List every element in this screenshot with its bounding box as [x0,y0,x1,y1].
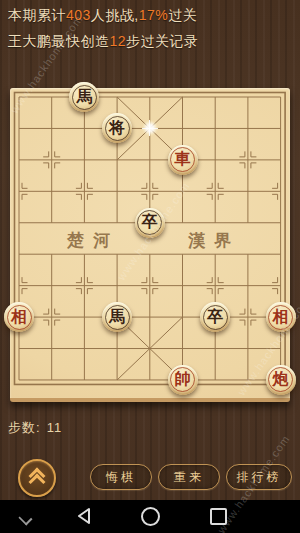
piece-character: 馬 [102,302,132,332]
piece-character: 炮 [266,365,296,395]
piece-red-general[interactable]: 帥 [168,365,198,395]
recents-icon[interactable] [210,508,227,525]
piece-character: 卒 [200,302,230,332]
piece-black-horse[interactable]: 馬 [69,82,99,112]
piece-character: 馬 [69,82,99,112]
river-label-left: 楚河 [67,229,119,252]
undo-button[interactable]: 悔棋 [90,464,152,490]
record-text: 王大鹏最快创造12步过关记录 [8,33,199,51]
piece-black-horse[interactable]: 馬 [102,302,132,332]
xiangqi-board[interactable]: 楚河 漢界 馬将車卒相馬卒相帥炮 [10,88,290,402]
piece-black-soldier[interactable]: 卒 [135,208,165,238]
piece-black-general[interactable]: 将 [102,113,132,143]
piece-red-chariot[interactable]: 車 [168,145,198,175]
chevron-down-icon[interactable] [18,511,32,525]
piece-red-elephant[interactable]: 相 [266,302,296,332]
piece-character: 車 [168,145,198,175]
piece-character: 相 [4,302,34,332]
restart-button[interactable]: 重来 [158,464,220,490]
home-icon[interactable] [141,507,160,526]
leaderboard-button[interactable]: 排行榜 [226,464,292,490]
app-screen: 本期累计403人挑战,17%过关 王大鹏最快创造12步过关记录 楚河 漢界 馬将… [0,0,300,533]
collapse-button[interactable] [18,459,56,497]
piece-character: 相 [266,302,296,332]
piece-red-cannon[interactable]: 炮 [266,365,296,395]
piece-character: 将 [102,113,132,143]
back-icon[interactable] [75,506,93,526]
step-counter: 步数:11 [8,419,62,437]
challenge-stats-text: 本期累计403人挑战,17%过关 [8,7,197,25]
piece-red-elephant[interactable]: 相 [4,302,34,332]
piece-black-soldier[interactable]: 卒 [200,302,230,332]
piece-character: 卒 [135,208,165,238]
board-grid[interactable] [10,88,290,398]
piece-character: 帥 [168,365,198,395]
river-label-right: 漢界 [188,229,240,252]
